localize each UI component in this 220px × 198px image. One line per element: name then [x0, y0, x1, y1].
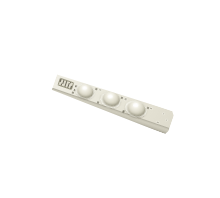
specular-highlight	[108, 94, 113, 98]
led-module-strip	[50, 72, 175, 135]
specular-highlight	[133, 103, 138, 107]
product-photo-canvas	[0, 0, 220, 198]
specular-highlight	[82, 86, 87, 89]
